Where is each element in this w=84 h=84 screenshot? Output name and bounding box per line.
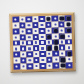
tile-motif — [15, 30, 17, 32]
tile-motif — [22, 54, 24, 56]
tile-motif — [42, 59, 44, 61]
tile-motif — [54, 23, 56, 25]
tile-motif — [34, 24, 36, 26]
tile-motif — [29, 53, 31, 55]
tile-motif — [61, 53, 63, 55]
black-piece[interactable] — [66, 16, 70, 20]
tile-motif — [34, 18, 36, 20]
tile-motif — [41, 41, 43, 43]
tile-motif — [61, 29, 63, 31]
tile-motif — [15, 36, 17, 38]
tile-motif — [28, 24, 30, 26]
black-piece[interactable] — [60, 63, 64, 67]
tile-motif — [21, 18, 23, 20]
tile-motif — [22, 65, 24, 67]
tile-motif — [35, 36, 37, 38]
tile-motif — [35, 65, 37, 67]
black-piece[interactable] — [59, 16, 63, 20]
tile-motif — [35, 59, 37, 61]
tile-motif — [48, 29, 50, 31]
black-piece[interactable] — [60, 34, 64, 38]
tile-motif — [48, 59, 50, 61]
tile-motif — [68, 58, 70, 60]
tile-motif — [15, 48, 17, 50]
tile-motif — [15, 42, 17, 44]
tile-motif — [49, 65, 51, 67]
black-piece[interactable] — [67, 51, 71, 55]
black-piece[interactable] — [66, 22, 70, 26]
photo-background — [0, 0, 84, 84]
tile-motif — [67, 35, 69, 37]
tile-motif — [55, 53, 57, 55]
tile-motif — [21, 30, 23, 32]
black-piece[interactable] — [66, 28, 70, 32]
square-r9c9[interactable] — [66, 62, 73, 68]
tile-motif — [68, 47, 70, 49]
tile-motif — [29, 65, 31, 67]
tile-motif — [22, 42, 24, 44]
tile-motif — [22, 60, 24, 62]
tile-motif — [54, 35, 56, 37]
tile-motif — [55, 65, 57, 67]
tile-motif — [15, 18, 17, 20]
tile-motif — [29, 59, 31, 61]
tile-motif — [48, 53, 50, 55]
tile-motif — [41, 24, 43, 26]
tile-motif — [41, 30, 43, 32]
tile-motif — [21, 24, 23, 26]
tile-motif — [16, 60, 18, 62]
tile-motif — [68, 41, 70, 43]
tile-motif — [15, 54, 17, 56]
tile-motif — [35, 42, 37, 44]
tile-motif — [61, 47, 63, 49]
tile-motif — [28, 18, 30, 20]
black-piece[interactable] — [53, 40, 57, 44]
tile-motif — [22, 48, 24, 50]
tile-motif — [15, 24, 17, 26]
tile-motif — [42, 53, 44, 55]
black-piece[interactable] — [60, 57, 64, 61]
tile-motif — [28, 48, 30, 50]
tile-motif — [42, 47, 44, 49]
tile-motif — [47, 24, 49, 26]
tile-motif — [68, 64, 70, 66]
tile-motif — [48, 41, 50, 43]
black-piece[interactable] — [53, 46, 57, 50]
tile-motif — [35, 47, 37, 49]
tile-motif — [42, 65, 44, 67]
tile-motif — [61, 23, 63, 25]
board-frame — [9, 12, 75, 73]
black-piece[interactable] — [47, 46, 51, 50]
tile-motif — [35, 53, 37, 55]
black-piece[interactable] — [53, 28, 57, 32]
tile-motif — [22, 36, 24, 38]
tile-motif — [28, 36, 30, 38]
tile-motif — [28, 42, 30, 44]
tile-motif — [41, 18, 43, 20]
tile-motif — [16, 66, 18, 68]
tile-motif — [28, 30, 30, 32]
black-piece[interactable] — [47, 34, 51, 38]
tile-motif — [35, 30, 37, 32]
tile-motif — [55, 59, 57, 61]
game-board — [12, 15, 72, 69]
black-piece[interactable] — [46, 17, 50, 21]
tile-motif — [41, 35, 43, 37]
tile-motif — [61, 41, 63, 43]
tile-motif — [54, 18, 56, 20]
